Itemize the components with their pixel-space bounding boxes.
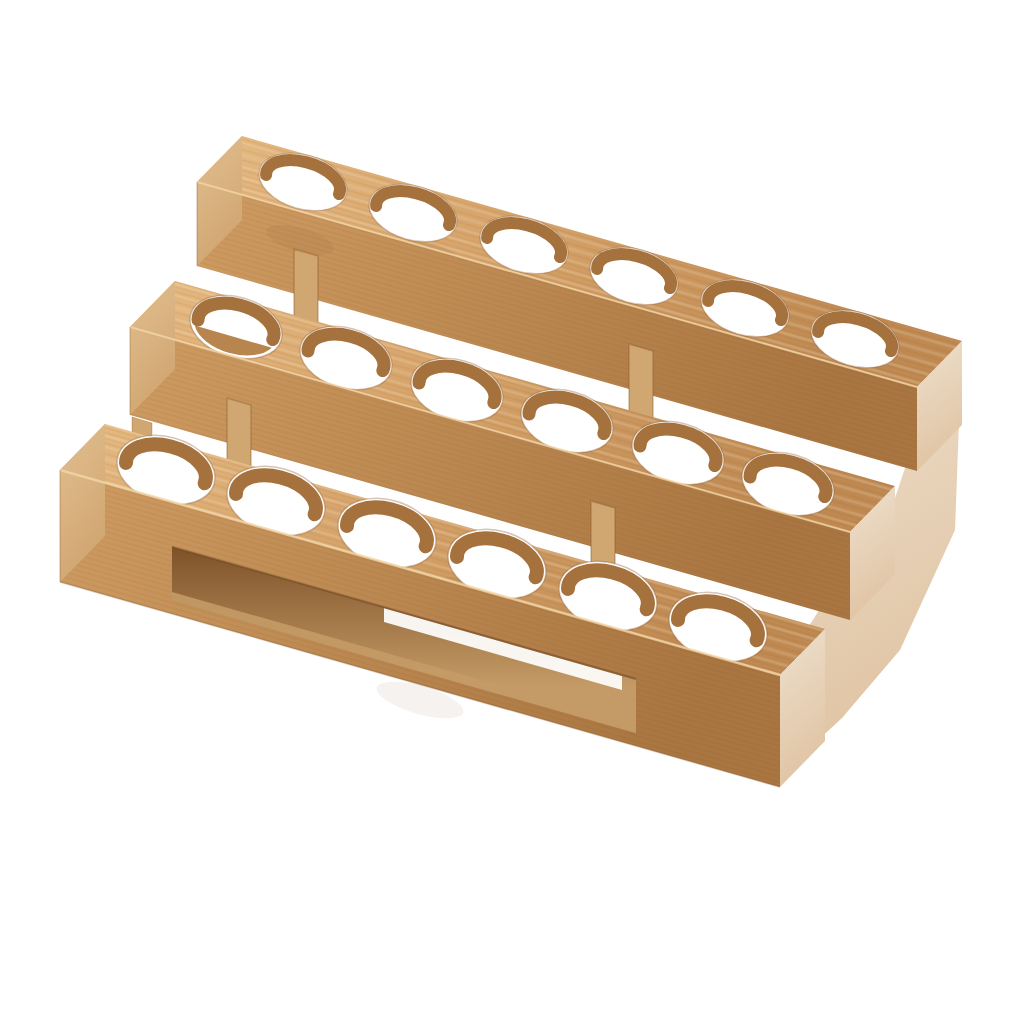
- product-photo: Bamboo essential oil bottle display stan…: [0, 0, 1024, 1024]
- bamboo-rack-illustration: Bamboo essential oil bottle display stan…: [0, 0, 1024, 1024]
